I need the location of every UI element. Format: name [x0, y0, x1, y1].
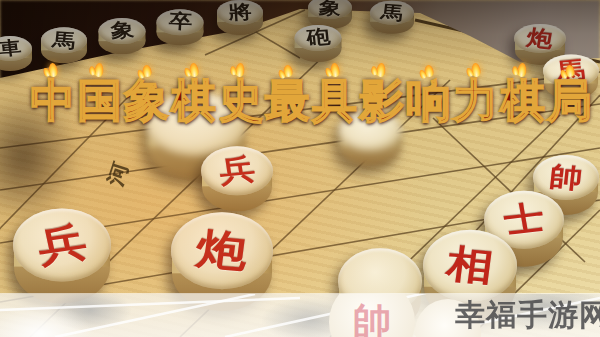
title-char: 响 [406, 78, 451, 123]
piece-character: 卒 [168, 12, 193, 32]
piece-character: 將 [228, 2, 252, 22]
title-char: 中 [30, 78, 75, 123]
title-char: 史 [218, 78, 263, 123]
piece-character: 馬 [52, 30, 77, 50]
piece-character: 馬 [380, 2, 404, 22]
piece-character: 象 [109, 20, 134, 41]
title-char: 国 [77, 78, 122, 123]
title-char: 局 [547, 78, 592, 123]
piece-character: 炮 [194, 227, 250, 273]
piece-character: 兵 [34, 221, 91, 268]
flame-icon [141, 65, 151, 78]
faded-piece: 帥 [329, 294, 415, 337]
piece-black-chariot: 車 [0, 36, 32, 71]
piece-character: 兵 [217, 154, 257, 187]
title-char: 影 [359, 78, 404, 123]
piece-black-elephant: 象 [99, 18, 146, 54]
flame-icon [282, 65, 292, 78]
piece-black-cannon: 砲 [295, 25, 342, 62]
watermark-text: 幸福手游网 [455, 295, 600, 336]
piece-black-horse-2: 馬 [370, 1, 414, 34]
piece-character: 象 [318, 0, 341, 17]
piece-black-horse: 馬 [41, 27, 87, 63]
piece-character: 車 [0, 38, 22, 58]
title-char: 最 [265, 78, 310, 123]
title-char: 棋 [500, 78, 545, 123]
piece-black-general: 將 [217, 0, 263, 35]
piece-character: 砲 [305, 27, 330, 48]
title-banner: 中国象棋史最具影响力棋局 [30, 78, 592, 123]
title-char: 棋 [171, 78, 216, 123]
piece-character: 帥 [548, 162, 584, 191]
title-char: 力 [453, 78, 498, 123]
piece-character: 炮 [525, 26, 554, 50]
piece-red-soldier: 兵 [201, 146, 273, 211]
title-char: 具 [312, 78, 357, 123]
flame-icon [423, 65, 433, 78]
piece-black-soldier: 卒 [157, 9, 204, 45]
xiangqi-photo-thumbnail: 楚河 車馬象卒將象砲馬炮馬帥士相兵兵炮 帥 中国象棋史最具影响力棋局 幸福手游网 [0, 0, 600, 337]
piece-character: 相 [444, 244, 496, 286]
piece-red-soldier-2: 兵 [13, 209, 111, 304]
flame-icon [564, 65, 574, 78]
title-char: 象 [124, 78, 169, 123]
